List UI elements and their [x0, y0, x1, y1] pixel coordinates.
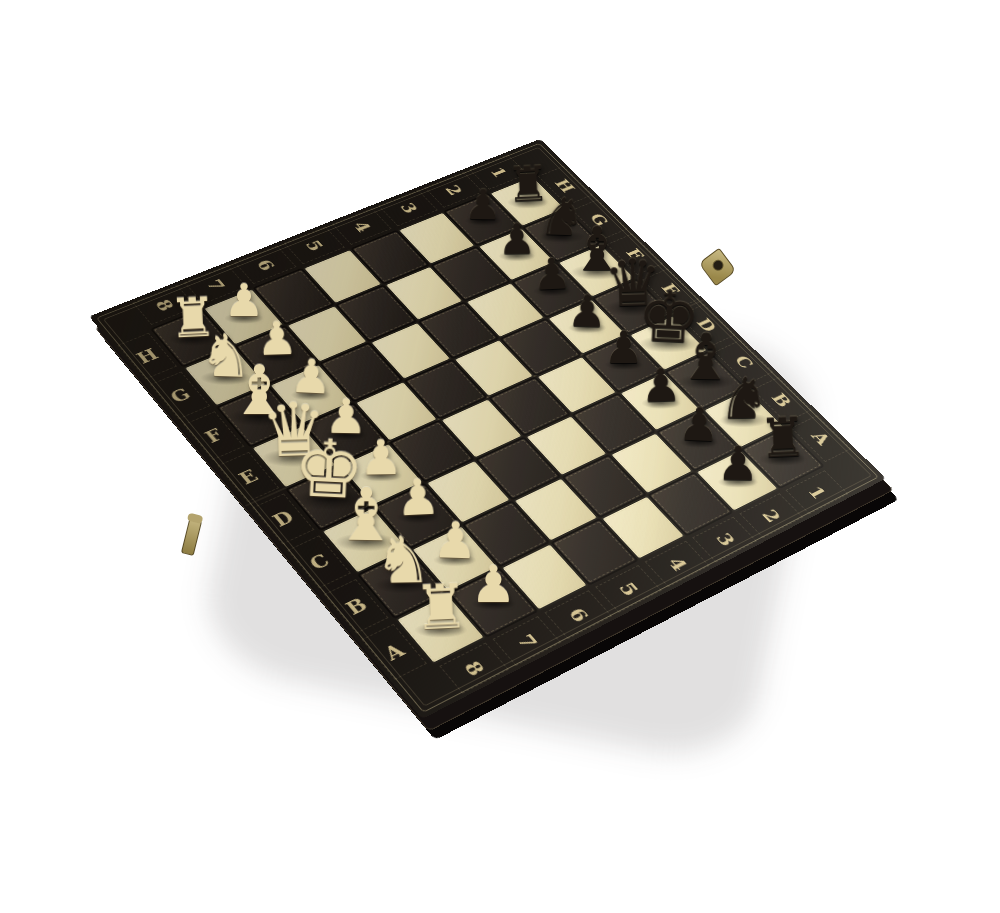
piece-dark-pawn-c2: ♟: [640, 362, 682, 408]
piece-dark-pawn-e2: ♟: [567, 288, 608, 333]
piece-dark-pawn-a2: ♟: [716, 440, 759, 487]
piece-light-rook-a8: ♜: [412, 575, 470, 639]
piece-dark-pawn-d2: ♟: [604, 326, 644, 370]
piece-dark-pawn-f2: ♟: [532, 252, 573, 297]
piece-light-pawn-a7: ♟: [471, 559, 517, 610]
piece-dark-pawn-b2: ♟: [677, 400, 720, 448]
piece-dark-pawn-g2: ♟: [498, 218, 537, 261]
chess-set-photo: 8877665544332211HHGGFFEEDDCCBBAA ♜♞♝♚♛♝♞…: [0, 0, 1000, 913]
clasp-hole: [712, 259, 725, 272]
piece-dark-pawn-h2: ♟: [464, 184, 502, 226]
piece-dark-rook-a1: ♜: [758, 411, 809, 467]
